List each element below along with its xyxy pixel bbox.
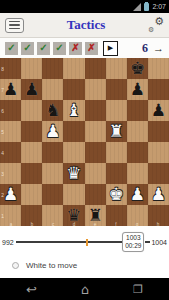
file-label-b: b xyxy=(30,222,33,227)
rank-label-2: 2 xyxy=(1,192,4,197)
gear-icon: ⚙ xyxy=(154,16,164,27)
square-b5[interactable] xyxy=(21,121,42,142)
square-g7[interactable]: ♟ xyxy=(127,79,148,100)
square-d2[interactable] xyxy=(63,184,84,205)
rank-label-8: 8 xyxy=(1,66,4,71)
square-a3[interactable]: 3 xyxy=(0,163,21,184)
square-f7[interactable] xyxy=(106,79,127,100)
square-e5[interactable] xyxy=(85,121,106,142)
turn-label: White to move xyxy=(26,261,77,270)
rating-slider[interactable] xyxy=(16,237,122,247)
square-g6[interactable] xyxy=(127,100,148,121)
square-h1[interactable]: h xyxy=(148,205,169,226)
white-rook-f5[interactable]: ♜ xyxy=(109,123,124,140)
square-b8[interactable] xyxy=(21,58,42,79)
square-b6[interactable] xyxy=(21,100,42,121)
square-f1[interactable]: f xyxy=(106,205,127,226)
black-pawn-g7[interactable]: ♟ xyxy=(130,81,145,98)
white-bishop-d6[interactable]: ♝ xyxy=(66,102,81,119)
back-icon[interactable]: ↩ xyxy=(26,283,37,296)
square-a6[interactable]: 6 xyxy=(0,100,21,121)
play-icon: ▶ xyxy=(108,44,113,52)
turn-indicator-row: White to move xyxy=(0,258,169,272)
puzzle-history-row: ✓✓✓✓✗✗ ▶ 6 → xyxy=(0,38,169,58)
square-d7[interactable] xyxy=(63,79,84,100)
white-pawn-c5[interactable]: ♟ xyxy=(45,123,60,140)
square-e2[interactable] xyxy=(85,184,106,205)
page-title: Tactics xyxy=(24,17,148,33)
square-a8[interactable]: 8 xyxy=(0,58,21,79)
square-a1[interactable]: 1a xyxy=(0,205,21,226)
square-g5[interactable] xyxy=(127,121,148,142)
recents-icon[interactable]: ❐ xyxy=(133,284,143,295)
square-g2[interactable]: ♟ xyxy=(127,184,148,205)
rank-label-4: 4 xyxy=(1,150,4,155)
square-h6[interactable]: ♟ xyxy=(148,100,169,121)
menu-button[interactable] xyxy=(5,18,24,33)
square-c2[interactable] xyxy=(42,184,63,205)
square-h3[interactable] xyxy=(148,163,169,184)
black-knight-c6[interactable]: ♞ xyxy=(45,102,60,119)
square-b4[interactable] xyxy=(21,142,42,163)
rating-current: 1003 xyxy=(125,234,141,242)
square-g8[interactable]: ♚ xyxy=(127,58,148,79)
rank-label-1: 1 xyxy=(1,213,4,218)
square-f4[interactable] xyxy=(106,142,127,163)
white-queen-d3[interactable]: ♛ xyxy=(66,165,81,182)
result-win: ✓ xyxy=(53,42,66,55)
square-h7[interactable] xyxy=(148,79,169,100)
square-g3[interactable] xyxy=(127,163,148,184)
square-e1[interactable]: e♜ xyxy=(85,205,106,226)
rank-label-6: 6 xyxy=(1,108,4,113)
square-e7[interactable] xyxy=(85,79,106,100)
android-nav-bar: ↩ ⌂ ❐ xyxy=(0,278,169,300)
square-a5[interactable]: 5 xyxy=(0,121,21,142)
square-d5[interactable] xyxy=(63,121,84,142)
square-b3[interactable] xyxy=(21,163,42,184)
square-c7[interactable] xyxy=(42,79,63,100)
square-d1[interactable]: d♛ xyxy=(63,205,84,226)
file-label-e: e xyxy=(94,222,97,227)
chess-board: 8♚7♟♟♟6♞♝♟5♟♜43♛2♟♚♟♟1abcd♛e♜fgh xyxy=(0,58,169,226)
puzzle-count: 6 xyxy=(142,41,148,56)
file-label-a: a xyxy=(9,222,12,227)
square-g4[interactable] xyxy=(127,142,148,163)
square-f6[interactable] xyxy=(106,100,127,121)
result-win: ✓ xyxy=(21,42,34,55)
slider-thumb[interactable] xyxy=(86,239,88,246)
status-bar: 2:07 xyxy=(0,0,169,13)
square-d4[interactable] xyxy=(63,142,84,163)
square-b7[interactable]: ♟ xyxy=(21,79,42,100)
settings-button[interactable]: ⚙ ⚙ xyxy=(148,17,164,33)
rank-label-3: 3 xyxy=(1,171,4,176)
file-label-d: d xyxy=(73,222,76,227)
square-a2[interactable]: 2♟ xyxy=(0,184,21,205)
square-h8[interactable] xyxy=(148,58,169,79)
square-h2[interactable]: ♟ xyxy=(148,184,169,205)
rating-min: 992 xyxy=(2,239,14,246)
square-c5[interactable]: ♟ xyxy=(42,121,63,142)
square-d8[interactable] xyxy=(63,58,84,79)
square-e3[interactable] xyxy=(85,163,106,184)
app-screen: 2:07 Tactics ⚙ ⚙ ✓✓✓✓✗✗ ▶ 6 → 8♚7♟♟♟6♞♝♟… xyxy=(0,0,169,300)
result-loss: ✗ xyxy=(85,42,98,55)
white-pawn-h2[interactable]: ♟ xyxy=(151,186,166,203)
slider-end-dash xyxy=(145,241,150,243)
black-king-g8[interactable]: ♚ xyxy=(130,60,145,77)
square-a7[interactable]: 7♟ xyxy=(0,79,21,100)
square-c4[interactable] xyxy=(42,142,63,163)
square-c3[interactable] xyxy=(42,163,63,184)
black-pawn-h6[interactable]: ♟ xyxy=(151,102,166,119)
file-label-f: f xyxy=(116,222,117,227)
square-e4[interactable] xyxy=(85,142,106,163)
white-side-icon xyxy=(12,262,19,269)
square-b1[interactable]: b xyxy=(21,205,42,226)
square-d3[interactable]: ♛ xyxy=(63,163,84,184)
result-win: ✓ xyxy=(37,42,50,55)
white-king-f2[interactable]: ♚ xyxy=(109,186,124,203)
square-f8[interactable] xyxy=(106,58,127,79)
square-d6[interactable]: ♝ xyxy=(63,100,84,121)
black-pawn-b7[interactable]: ♟ xyxy=(24,81,39,98)
square-e6[interactable] xyxy=(85,100,106,121)
battery-icon xyxy=(144,3,149,11)
slider-track[interactable] xyxy=(16,241,122,243)
signal-icon xyxy=(133,3,141,11)
status-time: 2:07 xyxy=(152,3,166,10)
file-label-c: c xyxy=(52,222,54,227)
square-e8[interactable] xyxy=(85,58,106,79)
black-pawn-a7[interactable]: ♟ xyxy=(3,81,18,98)
square-h5[interactable] xyxy=(148,121,169,142)
square-g1[interactable]: g xyxy=(127,205,148,226)
rating-max: 1004 xyxy=(151,239,167,246)
square-c1[interactable]: c xyxy=(42,205,63,226)
square-c8[interactable] xyxy=(42,58,63,79)
white-pawn-a2[interactable]: ♟ xyxy=(3,186,18,203)
play-button[interactable]: ▶ xyxy=(103,41,118,56)
white-pawn-g2[interactable]: ♟ xyxy=(130,186,145,203)
square-f3[interactable] xyxy=(106,163,127,184)
square-h4[interactable] xyxy=(148,142,169,163)
square-c6[interactable]: ♞ xyxy=(42,100,63,121)
square-b2[interactable] xyxy=(21,184,42,205)
rating-tooltip: 1003 00:29 xyxy=(122,232,144,252)
result-loss: ✗ xyxy=(69,42,82,55)
result-win: ✓ xyxy=(5,42,18,55)
square-a4[interactable]: 4 xyxy=(0,142,21,163)
file-label-h: h xyxy=(157,222,160,227)
puzzle-time: 00:29 xyxy=(125,242,141,250)
rank-label-7: 7 xyxy=(1,87,4,92)
rank-label-5: 5 xyxy=(1,129,4,134)
square-f5[interactable]: ♜ xyxy=(106,121,127,142)
next-puzzle-button[interactable]: → xyxy=(153,42,164,54)
home-icon[interactable]: ⌂ xyxy=(81,283,89,296)
title-bar: Tactics ⚙ ⚙ xyxy=(0,13,169,38)
gear-small-icon: ⚙ xyxy=(148,26,154,33)
rating-slider-row: 992 1003 00:29 1004 xyxy=(0,226,169,258)
square-f2[interactable]: ♚ xyxy=(106,184,127,205)
file-label-g: g xyxy=(136,222,139,227)
